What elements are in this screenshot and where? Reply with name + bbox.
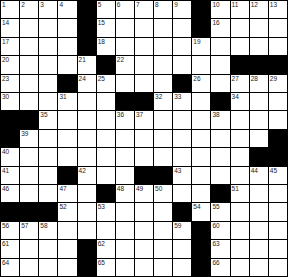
block-r12c10 (173, 203, 191, 220)
cell-r4c4[interactable] (58, 56, 76, 73)
cell-r10c6[interactable] (97, 167, 115, 184)
cell-r15c13[interactable] (231, 259, 249, 276)
clue-number-46: 46 (2, 185, 9, 192)
clue-number-20: 20 (2, 56, 9, 63)
cell-r14c9[interactable] (154, 240, 172, 257)
cell-r7c8[interactable]: 37 (135, 111, 153, 128)
cell-r10c5[interactable]: 42 (78, 167, 96, 184)
cell-r6c10[interactable]: 33 (173, 93, 191, 110)
clue-number-50: 50 (155, 185, 162, 192)
cell-r8c11[interactable] (192, 130, 210, 147)
cell-r15c7[interactable] (116, 259, 134, 276)
cell-r8c4[interactable] (58, 130, 76, 147)
cell-r4c8[interactable] (135, 56, 153, 73)
cell-r13c14[interactable] (250, 222, 268, 239)
cell-r13c15[interactable] (269, 222, 287, 239)
cell-r8c3[interactable] (39, 130, 57, 147)
cell-r15c3[interactable] (39, 259, 57, 276)
cell-r2c7[interactable] (116, 19, 134, 36)
clue-number-2: 2 (21, 1, 25, 8)
clue-number-64: 64 (2, 259, 9, 266)
cell-r3c13[interactable] (231, 38, 249, 55)
cell-r12c8[interactable] (135, 203, 153, 220)
cell-r5c6[interactable]: 25 (97, 75, 115, 92)
cell-r15c15[interactable] (269, 259, 287, 276)
cell-r12c6[interactable]: 53 (97, 203, 115, 220)
cell-r4c10[interactable] (173, 56, 191, 73)
cell-r11c1[interactable]: 46 (1, 185, 19, 202)
block-r10c9 (154, 167, 172, 184)
clue-number-24: 24 (79, 75, 86, 82)
cell-r9c5[interactable] (78, 148, 96, 165)
clue-number-65: 65 (98, 259, 105, 266)
cell-r9c7[interactable] (116, 148, 134, 165)
cell-r10c13[interactable] (231, 167, 249, 184)
clue-number-31: 31 (59, 93, 66, 100)
block-r15c5 (78, 259, 96, 276)
cell-r11c2[interactable] (20, 185, 38, 202)
cell-r6c3[interactable] (39, 93, 57, 110)
cell-r9c1[interactable]: 40 (1, 148, 19, 165)
cell-r14c2[interactable] (20, 240, 38, 257)
cell-r11c8[interactable]: 49 (135, 185, 153, 202)
cell-r11c4[interactable]: 47 (58, 185, 76, 202)
cell-r9c6[interactable] (97, 148, 115, 165)
crossword-grid: 1234567891011121314151617181920212223242… (0, 0, 288, 277)
cell-r10c2[interactable] (20, 167, 38, 184)
cell-r1c7[interactable]: 6 (116, 1, 134, 18)
cell-r6c15[interactable] (269, 93, 287, 110)
cell-r4c1[interactable]: 20 (1, 56, 19, 73)
cell-r2c15[interactable] (269, 19, 287, 36)
cell-r14c10[interactable] (173, 240, 191, 257)
cell-r11c10[interactable] (173, 185, 191, 202)
clue-number-39: 39 (21, 130, 28, 137)
cell-r13c6[interactable] (97, 222, 115, 239)
cell-r13c2[interactable]: 57 (20, 222, 38, 239)
cell-r3c11[interactable]: 19 (192, 38, 210, 55)
cell-r10c10[interactable]: 43 (173, 167, 191, 184)
cell-r14c4[interactable] (58, 240, 76, 257)
block-r3c5 (78, 38, 96, 55)
cell-r11c15[interactable] (269, 185, 287, 202)
cell-r5c5[interactable]: 24 (78, 75, 96, 92)
clue-number-38: 38 (212, 111, 219, 118)
cell-r14c13[interactable] (231, 240, 249, 257)
cell-r1c12[interactable]: 10 (211, 1, 229, 18)
clue-number-15: 15 (98, 19, 105, 26)
cell-r6c11[interactable] (192, 93, 210, 110)
clue-number-55: 55 (212, 203, 219, 210)
cell-r9c12[interactable] (211, 148, 229, 165)
clue-number-1: 1 (2, 1, 6, 8)
cell-r5c15[interactable]: 29 (269, 75, 287, 92)
cell-r1c2[interactable]: 2 (20, 1, 38, 18)
clue-number-18: 18 (98, 38, 105, 45)
block-r10c8 (135, 167, 153, 184)
cell-r14c7[interactable] (116, 240, 134, 257)
clue-number-23: 23 (2, 75, 9, 82)
clue-number-29: 29 (270, 75, 277, 82)
block-r6c8 (135, 93, 153, 110)
clue-number-51: 51 (232, 185, 239, 192)
clue-number-36: 36 (117, 111, 124, 118)
cell-r1c8[interactable]: 7 (135, 1, 153, 18)
block-r7c2 (20, 111, 38, 128)
cell-r5c14[interactable]: 28 (250, 75, 268, 92)
clue-number-9: 9 (174, 1, 178, 8)
cell-r3c6[interactable]: 18 (97, 38, 115, 55)
clue-number-21: 21 (79, 56, 86, 63)
clue-number-48: 48 (117, 185, 124, 192)
cell-r15c12[interactable]: 66 (211, 259, 229, 276)
cell-r2c13[interactable] (231, 19, 249, 36)
cell-r2c10[interactable] (173, 19, 191, 36)
cell-r4c7[interactable]: 22 (116, 56, 134, 73)
cell-r1c10[interactable]: 9 (173, 1, 191, 18)
cell-r1c13[interactable]: 11 (231, 1, 249, 18)
clue-number-54: 54 (193, 203, 200, 210)
block-r14c11 (192, 240, 210, 257)
cell-r8c9[interactable] (154, 130, 172, 147)
block-r15c11 (192, 259, 210, 276)
cell-r5c1[interactable]: 23 (1, 75, 19, 92)
block-r1c5 (78, 1, 96, 18)
cell-r2c9[interactable] (154, 19, 172, 36)
cell-r11c9[interactable]: 50 (154, 185, 172, 202)
cell-r1c9[interactable]: 8 (154, 1, 172, 18)
cell-r14c14[interactable] (250, 240, 268, 257)
cell-r8c7[interactable] (116, 130, 134, 147)
cell-r7c12[interactable]: 38 (211, 111, 229, 128)
block-r5c10 (173, 75, 191, 92)
block-r8c15 (269, 130, 287, 147)
clue-number-25: 25 (98, 75, 105, 82)
block-r12c3 (39, 203, 57, 220)
cell-r11c7[interactable]: 48 (116, 185, 134, 202)
clue-number-59: 59 (174, 222, 181, 229)
cell-r2c14[interactable] (250, 19, 268, 36)
cell-r11c5[interactable] (78, 185, 96, 202)
cell-r3c3[interactable] (39, 38, 57, 55)
cell-r2c2[interactable] (20, 19, 38, 36)
cell-r9c3[interactable] (39, 148, 57, 165)
block-r9c14 (250, 148, 268, 165)
clue-number-49: 49 (136, 185, 143, 192)
cell-r12c9[interactable] (154, 203, 172, 220)
block-r7c1 (1, 111, 19, 128)
cell-r7c14[interactable] (250, 111, 268, 128)
cell-r15c6[interactable]: 65 (97, 259, 115, 276)
block-r6c7 (116, 93, 134, 110)
clue-number-40: 40 (2, 148, 9, 155)
cell-r15c14[interactable] (250, 259, 268, 276)
cell-r7c6[interactable] (97, 111, 115, 128)
clue-number-27: 27 (232, 75, 239, 82)
cell-r3c15[interactable] (269, 38, 287, 55)
cell-r5c11[interactable]: 26 (192, 75, 210, 92)
cell-r3c1[interactable]: 17 (1, 38, 19, 55)
block-r11c6 (97, 185, 115, 202)
cell-r9c4[interactable] (58, 148, 76, 165)
clue-number-43: 43 (174, 167, 181, 174)
block-r2c5 (78, 19, 96, 36)
clue-number-60: 60 (212, 222, 219, 229)
clue-number-22: 22 (117, 56, 124, 63)
block-r9c15 (269, 148, 287, 165)
cell-r13c1[interactable]: 56 (1, 222, 19, 239)
cell-r15c10[interactable] (173, 259, 191, 276)
cell-r13c8[interactable] (135, 222, 153, 239)
clue-number-53: 53 (98, 203, 105, 210)
cell-r3c8[interactable] (135, 38, 153, 55)
cell-r13c3[interactable]: 58 (39, 222, 57, 239)
cell-r11c3[interactable] (39, 185, 57, 202)
cell-r1c15[interactable]: 13 (269, 1, 287, 18)
clue-number-56: 56 (2, 222, 9, 229)
cell-r8c13[interactable] (231, 130, 249, 147)
clue-number-58: 58 (40, 222, 47, 229)
cell-r10c11[interactable] (192, 167, 210, 184)
cell-r3c12[interactable] (211, 38, 229, 55)
cell-r7c9[interactable] (154, 111, 172, 128)
cell-r8c8[interactable] (135, 130, 153, 147)
cell-r10c14[interactable]: 44 (250, 167, 268, 184)
clue-number-42: 42 (79, 167, 86, 174)
cell-r2c1[interactable]: 14 (1, 19, 19, 36)
cell-r5c2[interactable] (20, 75, 38, 92)
clue-number-41: 41 (2, 167, 9, 174)
block-r14c5 (78, 240, 96, 257)
cell-r15c4[interactable] (58, 259, 76, 276)
cell-r12c11[interactable]: 54 (192, 203, 210, 220)
block-r8c1 (1, 130, 19, 147)
clue-number-34: 34 (232, 93, 239, 100)
cell-r12c15[interactable] (269, 203, 287, 220)
cell-r3c14[interactable] (250, 38, 268, 55)
cell-r7c7[interactable]: 36 (116, 111, 134, 128)
cell-r10c3[interactable] (39, 167, 57, 184)
cell-r8c2[interactable]: 39 (20, 130, 38, 147)
cell-r3c7[interactable] (116, 38, 134, 55)
cell-r11c11[interactable] (192, 185, 210, 202)
clue-number-19: 19 (193, 38, 200, 45)
cell-r1c3[interactable]: 3 (39, 1, 57, 18)
clue-number-4: 4 (59, 1, 63, 8)
clue-number-8: 8 (155, 1, 159, 8)
block-r4c6 (97, 56, 115, 73)
clue-number-63: 63 (212, 240, 219, 247)
cell-r13c7[interactable] (116, 222, 134, 239)
cell-r13c10[interactable]: 59 (173, 222, 191, 239)
cell-r4c2[interactable] (20, 56, 38, 73)
cell-r12c14[interactable] (250, 203, 268, 220)
cell-r15c8[interactable] (135, 259, 153, 276)
cell-r3c9[interactable] (154, 38, 172, 55)
cell-r8c14[interactable] (250, 130, 268, 147)
cell-r4c5[interactable]: 21 (78, 56, 96, 73)
cell-r14c8[interactable] (135, 240, 153, 257)
cell-r7c10[interactable] (173, 111, 191, 128)
cell-r12c12[interactable]: 55 (211, 203, 229, 220)
cell-r15c9[interactable] (154, 259, 172, 276)
clue-number-26: 26 (193, 75, 200, 82)
cell-r14c3[interactable] (39, 240, 57, 257)
clue-number-66: 66 (212, 259, 219, 266)
cell-r8c12[interactable] (211, 130, 229, 147)
clue-number-45: 45 (270, 167, 277, 174)
clue-number-57: 57 (21, 222, 28, 229)
cell-r6c2[interactable] (20, 93, 38, 110)
clue-number-11: 11 (232, 1, 239, 8)
cell-r13c13[interactable] (231, 222, 249, 239)
cell-r14c15[interactable] (269, 240, 287, 257)
cell-r10c15[interactable]: 45 (269, 167, 287, 184)
cell-r6c4[interactable]: 31 (58, 93, 76, 110)
cell-r10c1[interactable]: 41 (1, 167, 19, 184)
cell-r12c7[interactable] (116, 203, 134, 220)
clue-number-13: 13 (270, 1, 277, 8)
cell-r1c14[interactable]: 12 (250, 1, 268, 18)
block-r12c1 (1, 203, 19, 220)
cell-r11c13[interactable]: 51 (231, 185, 249, 202)
cell-r11c14[interactable] (250, 185, 268, 202)
cell-r7c4[interactable] (58, 111, 76, 128)
clue-number-47: 47 (59, 185, 66, 192)
cell-r10c12[interactable] (211, 167, 229, 184)
cell-r1c4[interactable]: 4 (58, 1, 76, 18)
cell-r6c9[interactable]: 32 (154, 93, 172, 110)
cell-r8c5[interactable] (78, 130, 96, 147)
cell-r12c13[interactable] (231, 203, 249, 220)
clue-number-33: 33 (174, 93, 181, 100)
clue-number-37: 37 (136, 111, 143, 118)
cell-r4c3[interactable] (39, 56, 57, 73)
cell-r2c6[interactable]: 15 (97, 19, 115, 36)
cell-r9c10[interactable] (173, 148, 191, 165)
clue-number-10: 10 (212, 1, 219, 8)
cell-r3c10[interactable] (173, 38, 191, 55)
cell-r15c2[interactable] (20, 259, 38, 276)
block-r10c4 (58, 167, 76, 184)
clue-number-28: 28 (251, 75, 258, 82)
clue-number-17: 17 (2, 38, 9, 45)
cell-r14c12[interactable]: 63 (211, 240, 229, 257)
cell-r9c11[interactable] (192, 148, 210, 165)
cell-r14c6[interactable]: 62 (97, 240, 115, 257)
cell-r10c7[interactable] (116, 167, 134, 184)
cell-r2c3[interactable] (39, 19, 57, 36)
cell-r1c1[interactable]: 1 (1, 1, 19, 18)
block-r5c4 (58, 75, 76, 92)
block-r4c15 (269, 56, 287, 73)
cell-r9c9[interactable] (154, 148, 172, 165)
clue-number-12: 12 (251, 1, 258, 8)
cell-r5c9[interactable] (154, 75, 172, 92)
cell-r2c8[interactable] (135, 19, 153, 36)
cell-r4c12[interactable] (211, 56, 229, 73)
clue-number-32: 32 (155, 93, 162, 100)
block-r4c13 (231, 56, 249, 73)
cell-r5c3[interactable] (39, 75, 57, 92)
clue-number-61: 61 (2, 240, 9, 247)
cell-r7c15[interactable] (269, 111, 287, 128)
clue-number-44: 44 (251, 167, 258, 174)
block-r1c11 (192, 1, 210, 18)
cell-r6c14[interactable] (250, 93, 268, 110)
clue-number-14: 14 (2, 19, 9, 26)
clue-number-52: 52 (59, 203, 66, 210)
cell-r2c4[interactable] (58, 19, 76, 36)
cell-r6c1[interactable]: 30 (1, 93, 19, 110)
cell-r2c12[interactable]: 16 (211, 19, 229, 36)
cell-r6c5[interactable] (78, 93, 96, 110)
cell-r7c11[interactable] (192, 111, 210, 128)
block-r13c11 (192, 222, 210, 239)
cell-r9c2[interactable] (20, 148, 38, 165)
cell-r4c9[interactable] (154, 56, 172, 73)
cell-r5c8[interactable] (135, 75, 153, 92)
cell-r5c7[interactable] (116, 75, 134, 92)
cell-r3c4[interactable] (58, 38, 76, 55)
cell-r13c4[interactable] (58, 222, 76, 239)
cell-r5c12[interactable] (211, 75, 229, 92)
cell-r5c13[interactable]: 27 (231, 75, 249, 92)
cell-r4c11[interactable] (192, 56, 210, 73)
cell-r6c13[interactable]: 34 (231, 93, 249, 110)
cell-r14c1[interactable]: 61 (1, 240, 19, 257)
clue-number-35: 35 (40, 111, 47, 118)
block-r11c12 (211, 185, 229, 202)
cell-r6c6[interactable] (97, 93, 115, 110)
clue-number-5: 5 (98, 1, 102, 8)
clue-number-6: 6 (117, 1, 121, 8)
clue-number-3: 3 (40, 1, 44, 8)
cell-r8c6[interactable] (97, 130, 115, 147)
cell-r9c13[interactable] (231, 148, 249, 165)
clue-number-30: 30 (2, 93, 9, 100)
cell-r7c5[interactable] (78, 111, 96, 128)
clue-number-7: 7 (136, 1, 140, 8)
block-r4c14 (250, 56, 268, 73)
clue-number-62: 62 (98, 240, 105, 247)
cell-r7c13[interactable] (231, 111, 249, 128)
cell-r1c6[interactable]: 5 (97, 1, 115, 18)
cell-r13c5[interactable] (78, 222, 96, 239)
cell-r12c4[interactable]: 52 (58, 203, 76, 220)
block-r12c2 (20, 203, 38, 220)
cell-r12c5[interactable] (78, 203, 96, 220)
cell-r8c10[interactable] (173, 130, 191, 147)
cell-r7c3[interactable]: 35 (39, 111, 57, 128)
block-r2c11 (192, 19, 210, 36)
cell-r13c9[interactable] (154, 222, 172, 239)
cell-r9c8[interactable] (135, 148, 153, 165)
cell-r15c1[interactable]: 64 (1, 259, 19, 276)
clue-number-16: 16 (212, 19, 219, 26)
cell-r13c12[interactable]: 60 (211, 222, 229, 239)
cell-r3c2[interactable] (20, 38, 38, 55)
block-r6c12 (211, 93, 229, 110)
